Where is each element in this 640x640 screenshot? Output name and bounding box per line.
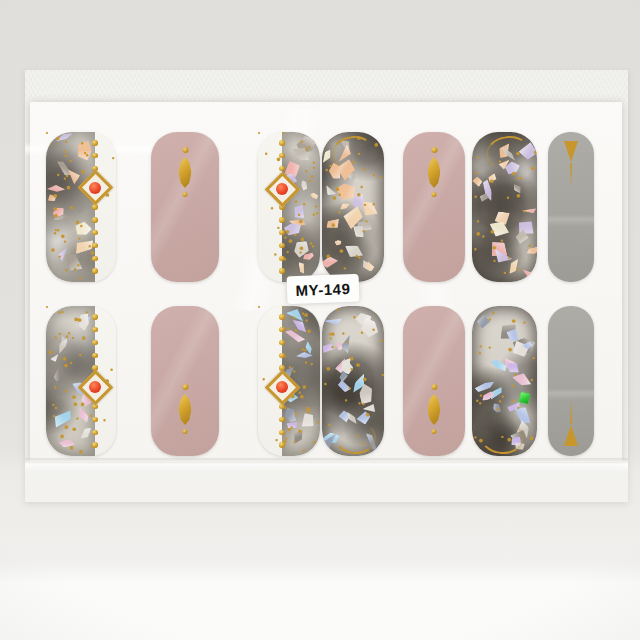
nail-sticker-r1c7 bbox=[548, 132, 594, 282]
gold-bead bbox=[279, 256, 285, 262]
gold-bead bbox=[92, 256, 98, 262]
gold-glitter bbox=[46, 132, 48, 134]
gold-bead bbox=[92, 430, 98, 436]
holo-shard bbox=[488, 220, 511, 240]
gold-bead-line bbox=[92, 140, 98, 274]
gold-marquise-ornament bbox=[428, 384, 441, 434]
holo-shard bbox=[296, 409, 318, 431]
gold-dot bbox=[432, 429, 437, 434]
gold-bead bbox=[279, 140, 285, 146]
gold-dot bbox=[431, 147, 437, 153]
wrap-weave-texture bbox=[25, 70, 628, 106]
holo-shard bbox=[339, 334, 356, 354]
gold-bead bbox=[279, 417, 285, 423]
gold-line bbox=[570, 402, 572, 424]
holo-shard bbox=[292, 205, 306, 222]
nail-sticker-r2c6 bbox=[472, 306, 537, 456]
holo-shard bbox=[522, 208, 537, 216]
holo-shard bbox=[325, 219, 340, 231]
nail-sticker-r2c7 bbox=[548, 306, 594, 456]
holo-shard bbox=[338, 200, 350, 211]
gold-bead bbox=[279, 340, 285, 346]
holo-shard bbox=[323, 318, 343, 328]
holo-shard bbox=[62, 251, 83, 275]
holo-shard bbox=[72, 219, 92, 239]
product-code-text: MY-149 bbox=[295, 280, 350, 299]
holo-shard bbox=[56, 158, 73, 178]
holo-shard bbox=[511, 182, 524, 194]
gold-bead bbox=[279, 430, 285, 436]
product-photo: MY-149 bbox=[0, 0, 640, 640]
gold-marquise-ornament bbox=[179, 147, 192, 197]
gold-bead bbox=[92, 340, 98, 346]
gold-bead bbox=[279, 442, 285, 448]
gold-bead bbox=[279, 314, 285, 320]
nail-sticker-r2c2 bbox=[151, 306, 219, 456]
holo-shard bbox=[59, 439, 76, 447]
gold-glitter bbox=[258, 306, 260, 308]
nail-sticker-r2c1 bbox=[46, 306, 116, 456]
holo-shatter-area bbox=[282, 132, 320, 282]
gold-line bbox=[570, 163, 572, 185]
gold-bead bbox=[92, 442, 98, 448]
gold-glitter bbox=[46, 306, 48, 308]
holo-shard bbox=[511, 371, 534, 388]
holo-shard bbox=[52, 365, 66, 383]
gold-dot bbox=[183, 429, 188, 434]
red-gem bbox=[89, 182, 101, 194]
holo-shard bbox=[51, 408, 75, 428]
holo-shard bbox=[476, 314, 492, 329]
holo-shard bbox=[291, 428, 305, 446]
holo-shard bbox=[334, 239, 342, 247]
holo-shard bbox=[78, 314, 89, 332]
nail-sticker-r2c4 bbox=[322, 306, 384, 456]
wrap-bottom-fold bbox=[25, 458, 628, 472]
gold-bead bbox=[279, 230, 285, 236]
holo-shard bbox=[472, 174, 484, 186]
gold-bead bbox=[92, 268, 98, 274]
holo-shard bbox=[324, 183, 337, 198]
nail-sticker-r2c3 bbox=[258, 306, 320, 456]
gold-marquise bbox=[179, 157, 192, 188]
holo-shard bbox=[298, 261, 305, 274]
holo-shard bbox=[343, 242, 366, 260]
gold-dot bbox=[182, 384, 188, 390]
gold-bead bbox=[92, 417, 98, 423]
holo-shard bbox=[76, 405, 91, 424]
holo-shatter-area bbox=[46, 132, 95, 282]
holo-shard bbox=[284, 407, 296, 424]
nail-sticker-r1c2 bbox=[151, 132, 219, 282]
gold-bead bbox=[279, 153, 285, 159]
gold-marquise bbox=[428, 394, 441, 425]
red-gem bbox=[89, 381, 101, 393]
gold-bead bbox=[92, 243, 98, 249]
gold-bead bbox=[279, 353, 285, 359]
holo-shard bbox=[309, 191, 319, 199]
nail-sticker-r1c5 bbox=[403, 132, 465, 282]
gold-bead bbox=[92, 353, 98, 359]
gold-marquise-ornament bbox=[428, 147, 441, 197]
holo-shard bbox=[47, 194, 56, 202]
holo-shard bbox=[300, 179, 309, 191]
gold-marquise-ornament bbox=[179, 384, 192, 434]
nail-sticker-r2c5 bbox=[403, 306, 465, 456]
gold-marquise bbox=[428, 157, 441, 188]
holo-shard bbox=[47, 185, 65, 192]
holo-shard bbox=[287, 420, 300, 429]
gold-bead bbox=[92, 140, 98, 146]
red-gem bbox=[276, 381, 288, 393]
gold-glitter bbox=[282, 132, 284, 134]
gold-marquise bbox=[179, 394, 192, 425]
holo-shard bbox=[487, 173, 498, 184]
holo-shard bbox=[526, 246, 537, 255]
red-gem bbox=[276, 183, 288, 195]
nail-sticker-r1c1 bbox=[46, 132, 116, 282]
gold-bead bbox=[92, 217, 98, 223]
gold-bead bbox=[92, 314, 98, 320]
gold-glitter bbox=[282, 306, 284, 308]
gold-triangle-ornament bbox=[564, 425, 578, 446]
gold-bead bbox=[279, 268, 285, 274]
gold-dot bbox=[432, 192, 437, 197]
gold-bead bbox=[279, 217, 285, 223]
gold-dot bbox=[182, 147, 188, 153]
holo-shard bbox=[337, 380, 353, 395]
holo-shard bbox=[489, 357, 508, 371]
nail-sticker-r1c4 bbox=[322, 132, 384, 282]
holo-shard bbox=[322, 254, 339, 269]
gold-glitter bbox=[258, 132, 260, 134]
gold-dot bbox=[431, 384, 437, 390]
gold-bead bbox=[279, 243, 285, 249]
gold-dot bbox=[183, 192, 188, 197]
holo-shard bbox=[78, 425, 93, 441]
gold-bead bbox=[279, 327, 285, 333]
product-code-label: MY-149 bbox=[287, 274, 360, 304]
holo-shard bbox=[322, 342, 334, 355]
nail-sticker-r1c3 bbox=[258, 132, 320, 282]
holo-shard bbox=[49, 353, 58, 363]
gold-triangle-ornament bbox=[564, 141, 578, 162]
holo-shard bbox=[480, 389, 495, 402]
gold-bead bbox=[92, 230, 98, 236]
holo-shard bbox=[75, 140, 93, 162]
gold-bead bbox=[92, 327, 98, 333]
holo-shard bbox=[492, 402, 501, 413]
gold-bead bbox=[92, 153, 98, 159]
nail-sticker-r1c6 bbox=[472, 132, 537, 282]
